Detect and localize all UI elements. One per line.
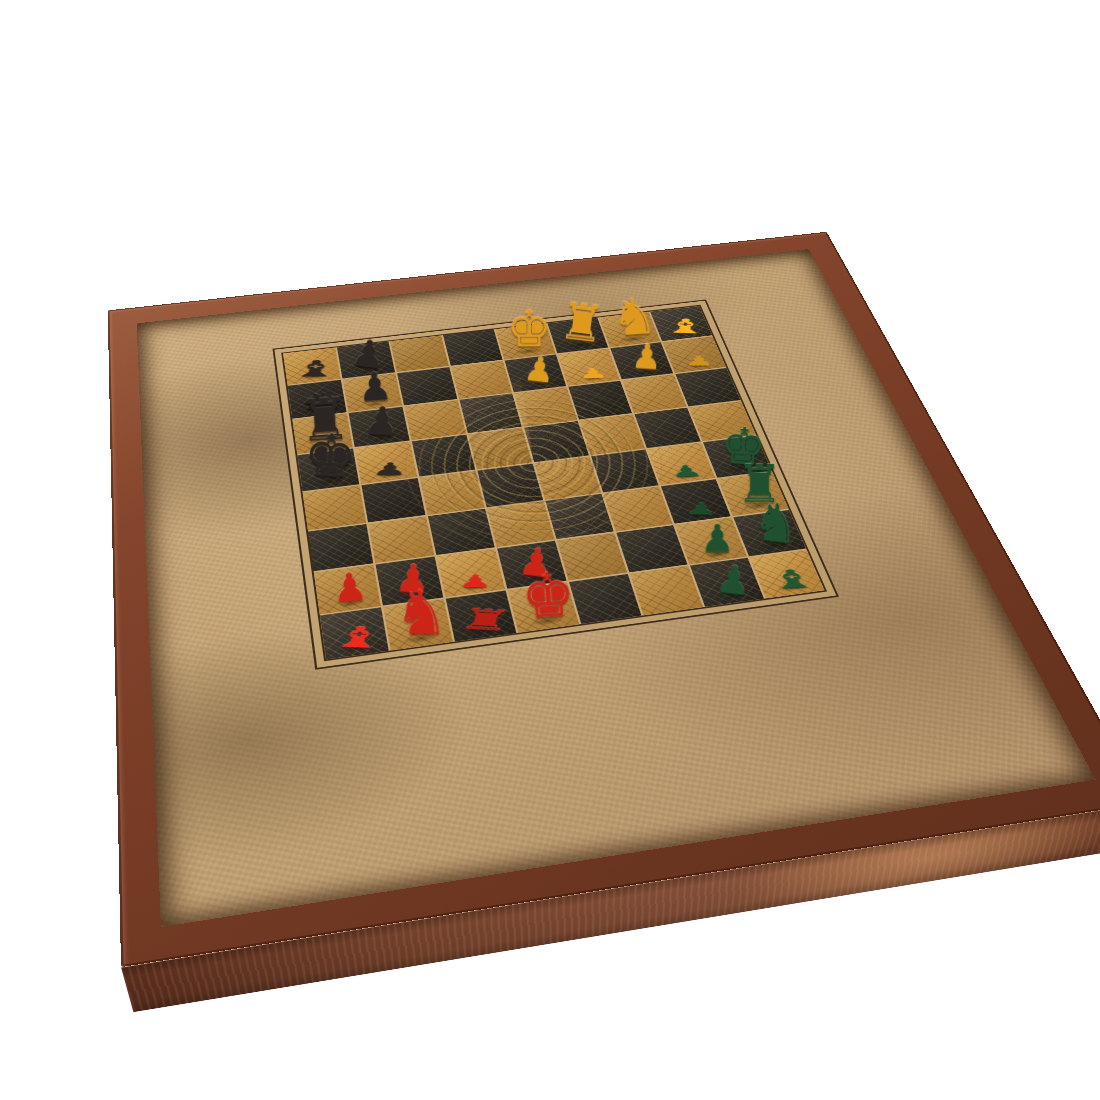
square-d7[interactable] (451, 361, 512, 399)
piece-black-pawn-b6[interactable]: ♟ (364, 402, 399, 441)
square-d8[interactable] (443, 329, 502, 365)
pawn-glyph: ♟ (363, 401, 401, 442)
boat-glyph: ♝ (662, 316, 708, 337)
square-e7[interactable]: ♟ (505, 355, 567, 393)
square-f3[interactable] (603, 486, 672, 531)
piece-green-pawn-g3[interactable]: ♟ (684, 501, 718, 517)
square-e3[interactable] (546, 494, 614, 539)
piece-green-pawn-g2[interactable]: ♟ (700, 520, 734, 558)
piece-yellow-horse-g8[interactable]: ♞ (612, 292, 657, 342)
piece-black-boat-a8[interactable]: ♝ (289, 357, 341, 379)
pawn-glyph: ♟ (371, 461, 408, 478)
square-f8[interactable]: ♜ (547, 318, 608, 354)
horse-glyph: ♞ (394, 583, 448, 643)
square-g7[interactable]: ♟ (610, 342, 673, 379)
pawn-glyph: ♟ (700, 520, 734, 558)
square-g1[interactable]: ♟ (690, 558, 764, 607)
square-c8[interactable] (390, 335, 449, 372)
square-a2[interactable]: ♟ (314, 565, 381, 614)
square-a5[interactable]: ♚ (297, 449, 359, 492)
horse-glyph: ♞ (750, 494, 804, 552)
square-c1[interactable]: ♜ (446, 590, 517, 641)
king-glyph: ♚ (507, 304, 552, 354)
square-a4[interactable] (303, 485, 366, 530)
piece-green-pawn-g4[interactable]: ♟ (670, 463, 704, 479)
piece-green-horse-h2[interactable]: ♞ (753, 497, 800, 550)
square-h2[interactable]: ♞ (733, 510, 806, 556)
square-f1[interactable] (630, 566, 703, 616)
elephant-glyph: ♜ (455, 605, 516, 636)
square-d6[interactable] (459, 394, 521, 434)
square-b1[interactable]: ♞ (383, 599, 453, 651)
product-photo-stage: ♝♟♚♜♞♝♞♟♟♟♟♟♜♟♚♟♟♚♟♜♟♟♟♟♟♞♝♞♜♚♟♝ (0, 0, 1100, 1100)
square-c5[interactable] (412, 435, 475, 477)
king-glyph: ♚ (519, 564, 577, 627)
piece-yellow-pawn-f7[interactable]: ♟ (578, 367, 609, 381)
pawn-glyph: ♟ (683, 354, 714, 367)
square-d5[interactable] (468, 428, 532, 470)
boat-glyph: ♝ (289, 357, 341, 379)
square-h6[interactable] (675, 368, 740, 406)
square-f4[interactable] (591, 450, 658, 493)
pawn-glyph: ♟ (577, 366, 610, 381)
pawn-glyph: ♟ (331, 567, 369, 608)
square-e6[interactable] (514, 387, 577, 426)
square-f6[interactable] (568, 381, 632, 420)
square-d1[interactable]: ♚ (508, 582, 580, 633)
boat-glyph: ♝ (765, 566, 820, 593)
king-glyph: ♚ (302, 425, 359, 487)
square-f5[interactable] (580, 414, 646, 455)
horse-glyph: ♞ (610, 291, 658, 344)
square-h8[interactable]: ♝ (650, 306, 712, 341)
piece-red-pawn-a2[interactable]: ♟ (332, 568, 367, 607)
square-c3[interactable] (428, 509, 495, 555)
square-d4[interactable] (477, 464, 543, 508)
square-c6[interactable] (404, 400, 466, 440)
pawn-glyph: ♟ (668, 463, 704, 480)
board-frame: ♝♟♚♜♞♝♞♟♟♟♟♟♜♟♚♟♟♚♟♜♟♟♟♟♟♞♝♞♜♚♟♝ (272, 299, 838, 669)
square-a1[interactable]: ♝ (320, 607, 389, 659)
square-c7[interactable] (397, 367, 457, 405)
square-h1[interactable]: ♝ (750, 550, 825, 599)
piece-black-pawn-b5[interactable]: ♟ (371, 461, 408, 478)
piece-red-elephant-c1[interactable]: ♜ (458, 606, 512, 634)
piece-red-pawn-c2[interactable]: ♟ (457, 572, 492, 590)
piece-red-horse-b1[interactable]: ♞ (394, 583, 448, 643)
parchment-mat: ♝♟♚♜♞♝♞♟♟♟♟♟♜♟♚♟♟♚♟♜♟♟♟♟♟♞♝♞♜♚♟♝ (137, 249, 1096, 927)
elephant-glyph: ♜ (557, 296, 608, 351)
piece-yellow-pawn-g7[interactable]: ♟ (632, 340, 662, 374)
boat-glyph: ♝ (328, 622, 389, 653)
pawn-glyph: ♟ (457, 572, 492, 590)
piece-yellow-pawn-h7[interactable]: ♟ (683, 354, 714, 367)
square-a8[interactable]: ♝ (283, 348, 340, 385)
piece-yellow-elephant-f8[interactable]: ♜ (560, 298, 605, 348)
piece-green-pawn-g1[interactable]: ♟ (716, 561, 751, 600)
square-c4[interactable] (420, 471, 485, 515)
piece-yellow-king-e8[interactable]: ♚ (507, 304, 552, 354)
square-h7[interactable]: ♟ (662, 336, 726, 373)
pawn-glyph: ♟ (522, 351, 556, 388)
piece-yellow-boat-h8[interactable]: ♝ (662, 317, 708, 336)
pawn-glyph: ♟ (714, 559, 753, 602)
chaturaji-board: ♝♟♚♜♞♝♞♟♟♟♟♟♜♟♚♟♟♚♟♜♟♟♟♟♟♞♝♞♜♚♟♝ (281, 305, 827, 662)
wooden-tray: ♝♟♚♜♞♝♞♟♟♟♟♟♜♟♚♟♟♚♟♜♟♟♟♟♟♞♝♞♜♚♟♝ (108, 232, 1100, 967)
piece-red-boat-a1[interactable]: ♝ (330, 623, 387, 652)
square-e5[interactable] (524, 421, 589, 462)
square-b4[interactable] (361, 478, 425, 522)
piece-red-king-d1[interactable]: ♚ (521, 566, 574, 626)
piece-yellow-pawn-e7[interactable]: ♟ (524, 353, 554, 387)
piece-black-king-a5[interactable]: ♚ (304, 426, 357, 485)
square-e4[interactable] (535, 457, 602, 500)
square-b5[interactable]: ♟ (355, 442, 418, 484)
pawn-glyph: ♟ (684, 500, 718, 517)
piece-green-boat-h1[interactable]: ♝ (767, 566, 819, 591)
square-e1[interactable] (569, 574, 641, 624)
pawn-glyph: ♟ (630, 339, 662, 375)
square-f7[interactable]: ♟ (558, 348, 620, 385)
